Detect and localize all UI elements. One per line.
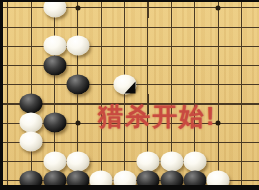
intersection[interactable]: [66, 133, 89, 152]
intersection[interactable]: [66, 94, 89, 113]
white-stone[interactable]: [20, 132, 43, 152]
intersection[interactable]: [136, 152, 159, 171]
white-stone[interactable]: [66, 151, 89, 171]
intersection[interactable]: [136, 75, 159, 94]
white-stone[interactable]: [20, 113, 43, 133]
intersection[interactable]: [66, 18, 89, 37]
intersection[interactable]: [90, 0, 113, 18]
star-point: [216, 121, 221, 126]
intersection[interactable]: [183, 56, 206, 75]
white-stone[interactable]: [43, 0, 66, 17]
intersection[interactable]: [20, 75, 43, 94]
white-stone[interactable]: [66, 36, 89, 56]
intersection[interactable]: [20, 114, 43, 133]
intersection[interactable]: [66, 37, 89, 56]
last-move-triangle-marker: [124, 81, 135, 93]
intersection[interactable]: [113, 152, 136, 171]
intersection[interactable]: [136, 56, 159, 75]
intersection-offboard: [253, 18, 259, 37]
intersection[interactable]: [43, 75, 66, 94]
intersection[interactable]: [90, 152, 113, 171]
white-stone[interactable]: [183, 151, 206, 171]
intersection[interactable]: [160, 133, 183, 152]
intersection[interactable]: [113, 18, 136, 37]
intersection[interactable]: [207, 56, 230, 75]
go-board[interactable]: [0, 0, 259, 190]
intersection[interactable]: [183, 75, 206, 94]
intersection[interactable]: [113, 0, 136, 18]
intersection[interactable]: [43, 114, 66, 133]
intersection[interactable]: [230, 114, 253, 133]
intersection-offboard: [253, 56, 259, 75]
white-stone[interactable]: [137, 151, 160, 171]
intersection[interactable]: [183, 0, 206, 18]
intersection[interactable]: [230, 152, 253, 171]
intersection[interactable]: [160, 56, 183, 75]
intersection[interactable]: [0, 114, 20, 133]
intersection[interactable]: [183, 133, 206, 152]
intersection[interactable]: [207, 37, 230, 56]
star-point: [216, 6, 221, 11]
intersection[interactable]: [136, 37, 159, 56]
intersection[interactable]: [43, 0, 66, 18]
intersection[interactable]: [43, 18, 66, 37]
intersection[interactable]: [43, 152, 66, 171]
black-stone[interactable]: [66, 74, 89, 94]
intersection[interactable]: [43, 56, 66, 75]
intersection[interactable]: [0, 94, 20, 113]
intersection[interactable]: [160, 0, 183, 18]
intersection[interactable]: [43, 37, 66, 56]
intersection[interactable]: [183, 37, 206, 56]
intersection[interactable]: [66, 75, 89, 94]
black-stone[interactable]: [43, 55, 66, 75]
intersection[interactable]: [43, 133, 66, 152]
intersection-offboard: [253, 75, 259, 94]
intersection[interactable]: [0, 0, 20, 18]
caption-overlay: 猎杀开始!: [98, 100, 216, 133]
intersection[interactable]: [230, 56, 253, 75]
black-stone[interactable]: [43, 113, 66, 133]
white-stone[interactable]: [43, 36, 66, 56]
letterbox-bottom: [0, 185, 259, 190]
intersection[interactable]: [90, 133, 113, 152]
intersection[interactable]: [230, 18, 253, 37]
intersection[interactable]: [230, 0, 253, 18]
intersection[interactable]: [20, 18, 43, 37]
intersection-offboard: [253, 0, 259, 18]
black-stone[interactable]: [20, 93, 43, 113]
intersection[interactable]: [183, 18, 206, 37]
go-board-frame: 猎杀开始!: [0, 0, 259, 190]
intersection[interactable]: [207, 152, 230, 171]
intersection[interactable]: [0, 152, 20, 171]
intersection[interactable]: [20, 133, 43, 152]
intersection[interactable]: [207, 75, 230, 94]
intersection[interactable]: [20, 37, 43, 56]
intersection[interactable]: [160, 37, 183, 56]
star-point: [76, 6, 81, 11]
intersection[interactable]: [20, 94, 43, 113]
star-point: [76, 121, 81, 126]
intersection[interactable]: [230, 75, 253, 94]
intersection[interactable]: [113, 75, 136, 94]
intersection[interactable]: [66, 56, 89, 75]
intersection[interactable]: [20, 56, 43, 75]
intersection[interactable]: [0, 75, 20, 94]
white-stone[interactable]: [160, 151, 183, 171]
intersection[interactable]: [90, 37, 113, 56]
letterbox-top: [0, 0, 259, 2]
intersection[interactable]: [207, 133, 230, 152]
letterbox-left: [0, 0, 3, 190]
white-stone[interactable]: [113, 74, 136, 94]
intersection[interactable]: [90, 75, 113, 94]
intersection[interactable]: [207, 18, 230, 37]
white-stone[interactable]: [43, 151, 66, 171]
intersection[interactable]: [160, 75, 183, 94]
intersection-offboard: [253, 114, 259, 133]
intersection[interactable]: [113, 56, 136, 75]
intersection[interactable]: [136, 133, 159, 152]
intersection[interactable]: [136, 18, 159, 37]
intersection[interactable]: [0, 18, 20, 37]
intersection[interactable]: [90, 56, 113, 75]
intersection[interactable]: [113, 37, 136, 56]
intersection[interactable]: [0, 133, 20, 152]
intersection-offboard: [253, 152, 259, 171]
intersection[interactable]: [20, 152, 43, 171]
intersection[interactable]: [20, 0, 43, 18]
intersection[interactable]: [66, 152, 89, 171]
intersection[interactable]: [136, 0, 159, 18]
intersection[interactable]: [160, 18, 183, 37]
intersection-offboard: [253, 94, 259, 113]
intersection[interactable]: [0, 56, 20, 75]
intersection[interactable]: [43, 94, 66, 113]
intersection[interactable]: [230, 133, 253, 152]
intersection[interactable]: [113, 133, 136, 152]
intersection[interactable]: [0, 37, 20, 56]
intersection[interactable]: [90, 18, 113, 37]
intersection[interactable]: [230, 37, 253, 56]
intersection-offboard: [253, 133, 259, 152]
intersection[interactable]: [183, 152, 206, 171]
intersection-offboard: [253, 37, 259, 56]
intersection[interactable]: [230, 94, 253, 113]
intersection[interactable]: [160, 152, 183, 171]
